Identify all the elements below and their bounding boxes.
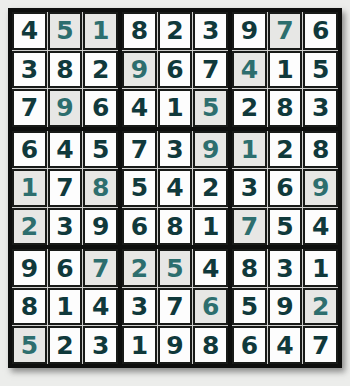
cell-r4c6[interactable]: 9 xyxy=(193,131,228,169)
cell-r4c7[interactable]: 1 xyxy=(232,131,267,169)
sudoku-board: 4513827968239674159764152836451782397395… xyxy=(8,8,342,368)
cell-r8c6[interactable]: 6 xyxy=(193,288,228,326)
cell-r3c7[interactable]: 2 xyxy=(232,89,267,127)
cell-r7c1[interactable]: 9 xyxy=(12,249,47,287)
cell-r4c8[interactable]: 2 xyxy=(268,131,303,169)
box-8: 254376198 xyxy=(122,249,228,364)
cell-r6c4[interactable]: 6 xyxy=(122,208,157,246)
cell-r5c2[interactable]: 7 xyxy=(48,169,83,207)
cell-r4c3[interactable]: 5 xyxy=(83,131,118,169)
cell-r1c8[interactable]: 7 xyxy=(268,12,303,50)
cell-r5c9[interactable]: 9 xyxy=(303,169,338,207)
cell-r8c9[interactable]: 2 xyxy=(303,288,338,326)
cell-r8c5[interactable]: 7 xyxy=(158,288,193,326)
box-1: 451382796 xyxy=(12,12,118,127)
cell-r9c4[interactable]: 1 xyxy=(122,326,157,364)
cell-r7c4[interactable]: 2 xyxy=(122,249,157,287)
cell-r4c2[interactable]: 4 xyxy=(48,131,83,169)
cell-r5c5[interactable]: 4 xyxy=(158,169,193,207)
cell-r6c3[interactable]: 9 xyxy=(83,208,118,246)
cell-r3c5[interactable]: 1 xyxy=(158,89,193,127)
cell-r1c5[interactable]: 2 xyxy=(158,12,193,50)
cell-r7c6[interactable]: 4 xyxy=(193,249,228,287)
cell-r7c8[interactable]: 3 xyxy=(268,249,303,287)
cell-r8c3[interactable]: 4 xyxy=(83,288,118,326)
box-6: 128369754 xyxy=(232,131,338,246)
cell-r2c9[interactable]: 5 xyxy=(303,51,338,89)
cell-r6c8[interactable]: 5 xyxy=(268,208,303,246)
cell-r2c6[interactable]: 7 xyxy=(193,51,228,89)
cell-r1c3[interactable]: 1 xyxy=(83,12,118,50)
cell-r9c5[interactable]: 9 xyxy=(158,326,193,364)
cell-r3c3[interactable]: 6 xyxy=(83,89,118,127)
box-9: 831592647 xyxy=(232,249,338,364)
box-5: 739542681 xyxy=(122,131,228,246)
cell-r2c7[interactable]: 4 xyxy=(232,51,267,89)
cell-r1c9[interactable]: 6 xyxy=(303,12,338,50)
cell-r4c5[interactable]: 3 xyxy=(158,131,193,169)
cell-r7c7[interactable]: 8 xyxy=(232,249,267,287)
cell-r8c8[interactable]: 9 xyxy=(268,288,303,326)
cell-r4c9[interactable]: 8 xyxy=(303,131,338,169)
cell-r5c1[interactable]: 1 xyxy=(12,169,47,207)
cell-r1c1[interactable]: 4 xyxy=(12,12,47,50)
sudoku-board-frame: 4513827968239674159764152836451782397395… xyxy=(8,8,342,368)
cell-r5c6[interactable]: 2 xyxy=(193,169,228,207)
cell-r6c6[interactable]: 1 xyxy=(193,208,228,246)
cell-r2c5[interactable]: 6 xyxy=(158,51,193,89)
cell-r3c4[interactable]: 4 xyxy=(122,89,157,127)
cell-r3c1[interactable]: 7 xyxy=(12,89,47,127)
cell-r9c7[interactable]: 6 xyxy=(232,326,267,364)
cell-r3c9[interactable]: 3 xyxy=(303,89,338,127)
cell-r2c1[interactable]: 3 xyxy=(12,51,47,89)
cell-r2c3[interactable]: 2 xyxy=(83,51,118,89)
cell-r1c4[interactable]: 8 xyxy=(122,12,157,50)
cell-r6c2[interactable]: 3 xyxy=(48,208,83,246)
cell-r6c7[interactable]: 7 xyxy=(232,208,267,246)
cell-r9c9[interactable]: 7 xyxy=(303,326,338,364)
cell-r7c2[interactable]: 6 xyxy=(48,249,83,287)
cell-r7c9[interactable]: 1 xyxy=(303,249,338,287)
cell-r2c8[interactable]: 1 xyxy=(268,51,303,89)
cell-r5c4[interactable]: 5 xyxy=(122,169,157,207)
cell-r9c2[interactable]: 2 xyxy=(48,326,83,364)
cell-r7c3[interactable]: 7 xyxy=(83,249,118,287)
cell-r7c5[interactable]: 5 xyxy=(158,249,193,287)
cell-r5c8[interactable]: 6 xyxy=(268,169,303,207)
cell-r1c7[interactable]: 9 xyxy=(232,12,267,50)
cell-r5c3[interactable]: 8 xyxy=(83,169,118,207)
cell-r1c2[interactable]: 5 xyxy=(48,12,83,50)
cell-r6c9[interactable]: 4 xyxy=(303,208,338,246)
box-4: 645178239 xyxy=(12,131,118,246)
box-2: 823967415 xyxy=(122,12,228,127)
cell-r3c2[interactable]: 9 xyxy=(48,89,83,127)
cell-r8c2[interactable]: 1 xyxy=(48,288,83,326)
box-7: 967814523 xyxy=(12,249,118,364)
cell-r8c7[interactable]: 5 xyxy=(232,288,267,326)
cell-r6c5[interactable]: 8 xyxy=(158,208,193,246)
cell-r9c6[interactable]: 8 xyxy=(193,326,228,364)
cell-r8c1[interactable]: 8 xyxy=(12,288,47,326)
cell-r3c8[interactable]: 8 xyxy=(268,89,303,127)
cell-r4c1[interactable]: 6 xyxy=(12,131,47,169)
cell-r1c6[interactable]: 3 xyxy=(193,12,228,50)
cell-r2c4[interactable]: 9 xyxy=(122,51,157,89)
box-3: 976415283 xyxy=(232,12,338,127)
cell-r9c1[interactable]: 5 xyxy=(12,326,47,364)
cell-r2c2[interactable]: 8 xyxy=(48,51,83,89)
cell-r8c4[interactable]: 3 xyxy=(122,288,157,326)
cell-r9c8[interactable]: 4 xyxy=(268,326,303,364)
cell-r6c1[interactable]: 2 xyxy=(12,208,47,246)
cell-r9c3[interactable]: 3 xyxy=(83,326,118,364)
page-background: { "game": "sudoku", "position": "4518239… xyxy=(0,0,350,386)
cell-r3c6[interactable]: 5 xyxy=(193,89,228,127)
cell-r4c4[interactable]: 7 xyxy=(122,131,157,169)
cell-r5c7[interactable]: 3 xyxy=(232,169,267,207)
